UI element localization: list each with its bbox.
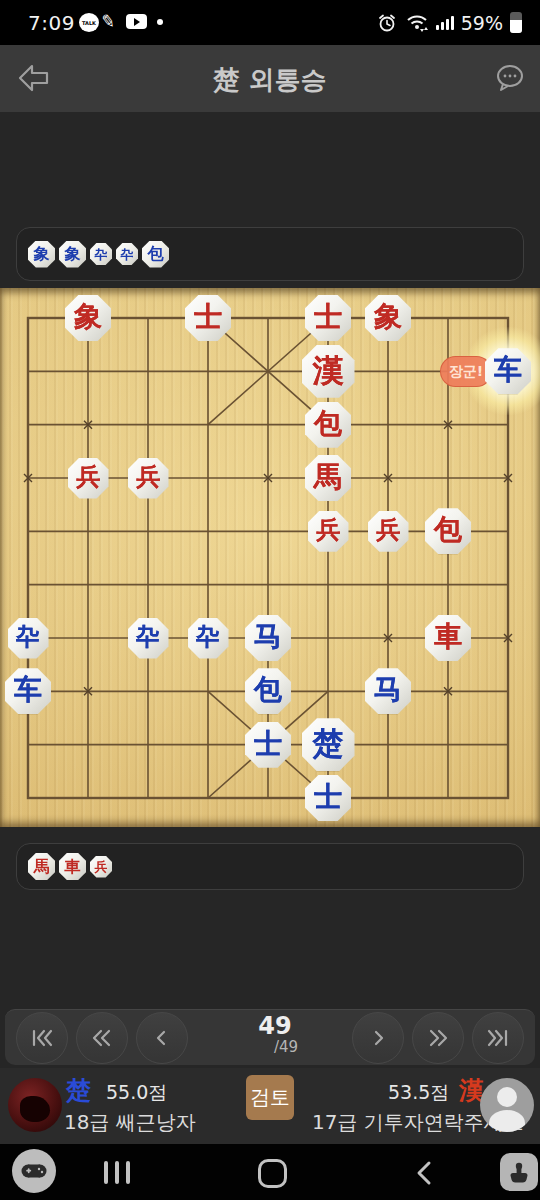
cho-player-rank-name: 18급 쌔근낭자 <box>64 1109 196 1136</box>
kakaotalk-icon: TALK <box>79 13 99 32</box>
review-button[interactable]: 검토 <box>246 1075 294 1120</box>
piece-glyph: 兵 <box>376 518 400 544</box>
back-ten-moves-button[interactable] <box>76 1012 128 1064</box>
piece-glyph: 车 <box>494 356 522 386</box>
content-area: 象象卆卆包 장군! 象士士象漢车包兵兵馬兵兵包卆卆卆马車车包马士楚士 馬車兵 <box>0 112 540 1068</box>
recents-button[interactable] <box>104 1161 130 1184</box>
piece-c4-han-soldier[interactable]: 兵 <box>128 458 169 499</box>
piece-f1-han-guard[interactable]: 士 <box>305 295 351 341</box>
piece-f5-han-soldier[interactable]: 兵 <box>308 511 349 552</box>
alarm-icon <box>376 12 398 34</box>
piece-f9-cho-king[interactable]: 楚 <box>302 718 355 771</box>
signal-icon <box>436 16 454 30</box>
piece-f2-han-king[interactable]: 漢 <box>302 345 355 398</box>
piece-e7-cho-horse[interactable]: 马 <box>245 615 291 661</box>
check-badge: 장군! <box>440 356 492 387</box>
move-counter: 49 /49 <box>235 1013 315 1056</box>
pencil-icon: ✎ <box>100 10 117 32</box>
piece-i2-cho-chariot[interactable]: 车 <box>485 348 531 394</box>
piece-f3-han-cannon[interactable]: 包 <box>305 402 351 448</box>
touch-assist-icon[interactable] <box>500 1153 538 1191</box>
piece-b4-han-soldier[interactable]: 兵 <box>68 458 109 499</box>
han-player-avatar[interactable] <box>480 1078 534 1132</box>
piece-e8-cho-cannon[interactable]: 包 <box>245 668 291 714</box>
piece-g8-cho-horse[interactable]: 马 <box>365 668 411 714</box>
piece-h7-han-chariot[interactable]: 車 <box>425 615 471 661</box>
piece-glyph: 兵 <box>316 518 340 544</box>
header-bar: 楚 외통승 <box>0 45 540 112</box>
piece-glyph: 車 <box>434 623 462 653</box>
wifi-icon <box>405 12 429 34</box>
piece-g1-han-elephant[interactable]: 象 <box>365 295 411 341</box>
captured-han-soldier: 兵 <box>90 856 112 878</box>
piece-glyph: 卆 <box>136 625 160 651</box>
piece-glyph: 卆 <box>16 625 40 651</box>
battery-percent: 59% <box>461 12 503 34</box>
clock-time: 7:09 <box>28 11 75 35</box>
previous-move-button[interactable] <box>136 1012 188 1064</box>
piece-f4-han-horse[interactable]: 馬 <box>305 455 351 501</box>
piece-glyph: 卆 <box>196 625 220 651</box>
han-player-score: 53.5점 <box>388 1080 449 1106</box>
captured-piece-glyph: 馬 <box>34 859 50 875</box>
piece-a7-cho-soldier[interactable]: 卆 <box>8 618 49 659</box>
captured-cho-soldier: 卆 <box>90 243 112 265</box>
piece-h5-han-cannon[interactable]: 包 <box>425 508 471 554</box>
piece-glyph: 兵 <box>76 465 100 491</box>
forward-ten-moves-button[interactable] <box>412 1012 464 1064</box>
youtube-icon <box>126 14 147 29</box>
captured-pieces-tray-cho: 馬車兵 <box>16 843 524 890</box>
captured-cho-soldier: 卆 <box>116 243 138 265</box>
piece-b1-han-elephant[interactable]: 象 <box>65 295 111 341</box>
current-move: 49 <box>235 1013 315 1039</box>
captured-han-horse: 馬 <box>28 853 55 880</box>
next-move-button[interactable] <box>352 1012 404 1064</box>
captured-han-chariot: 車 <box>59 853 86 880</box>
move-navigation-bar: 49 /49 <box>5 1009 535 1065</box>
app-screen: 7:09 TALK ✎ 59% <box>0 0 540 1200</box>
piece-d1-han-guard[interactable]: 士 <box>185 295 231 341</box>
captured-piece-glyph: 象 <box>34 246 50 262</box>
piece-d7-cho-soldier[interactable]: 卆 <box>188 618 229 659</box>
captured-piece-glyph: 象 <box>65 246 81 262</box>
player-info-bar: 楚 55.0점 18급 쌔근낭자 검토 53.5점 漢 17급 기투자연락주세요 <box>0 1068 540 1144</box>
piece-c7-cho-soldier[interactable]: 卆 <box>128 618 169 659</box>
captured-cho-elephant: 象 <box>28 241 55 268</box>
piece-glyph: 象 <box>374 303 402 333</box>
piece-glyph: 车 <box>14 676 42 706</box>
piece-a8-cho-chariot[interactable]: 车 <box>5 668 51 714</box>
piece-glyph: 马 <box>374 676 402 706</box>
piece-glyph: 象 <box>74 303 102 333</box>
page-title: 楚 외통승 <box>0 63 540 98</box>
piece-f10-cho-guard[interactable]: 士 <box>305 775 351 821</box>
piece-e9-cho-guard[interactable]: 士 <box>245 722 291 768</box>
janggi-board[interactable]: 장군! 象士士象漢车包兵兵馬兵兵包卆卆卆马車车包马士楚士 <box>0 288 540 827</box>
piece-glyph: 楚 <box>313 728 344 761</box>
cho-player-score: 55.0점 <box>106 1080 167 1106</box>
captured-piece-glyph: 卆 <box>121 248 134 261</box>
first-move-button[interactable] <box>16 1012 68 1064</box>
piece-g5-han-soldier[interactable]: 兵 <box>368 511 409 552</box>
piece-glyph: 馬 <box>314 463 342 493</box>
captured-piece-glyph: 兵 <box>95 860 108 873</box>
notification-dot-icon <box>157 19 163 25</box>
piece-glyph: 士 <box>194 303 222 333</box>
cho-side-symbol: 楚 <box>66 1074 91 1107</box>
android-back-button[interactable] <box>415 1160 433 1186</box>
piece-glyph: 包 <box>314 410 342 440</box>
last-move-button[interactable] <box>472 1012 524 1064</box>
total-moves: /49 <box>257 1039 315 1056</box>
captured-cho-cannon: 包 <box>142 241 169 268</box>
piece-glyph: 士 <box>314 783 342 813</box>
status-bar: 7:09 TALK ✎ 59% <box>0 0 540 45</box>
cho-player-avatar[interactable] <box>8 1078 62 1132</box>
captured-piece-glyph: 卆 <box>95 248 108 261</box>
piece-glyph: 士 <box>314 303 342 333</box>
captured-pieces-tray-han: 象象卆卆包 <box>16 227 524 281</box>
android-nav-bar <box>0 1144 540 1200</box>
piece-glyph: 士 <box>254 730 282 760</box>
piece-glyph: 包 <box>254 676 282 706</box>
piece-glyph: 漢 <box>313 355 344 388</box>
chat-button[interactable] <box>494 63 526 93</box>
captured-piece-glyph: 包 <box>148 246 164 262</box>
piece-glyph: 马 <box>254 623 282 653</box>
piece-glyph: 包 <box>434 516 462 546</box>
captured-cho-elephant: 象 <box>59 241 86 268</box>
piece-glyph: 兵 <box>136 465 160 491</box>
game-launcher-icon[interactable] <box>12 1149 56 1193</box>
battery-icon <box>510 12 522 33</box>
captured-piece-glyph: 車 <box>65 859 81 875</box>
home-button[interactable] <box>258 1159 287 1188</box>
